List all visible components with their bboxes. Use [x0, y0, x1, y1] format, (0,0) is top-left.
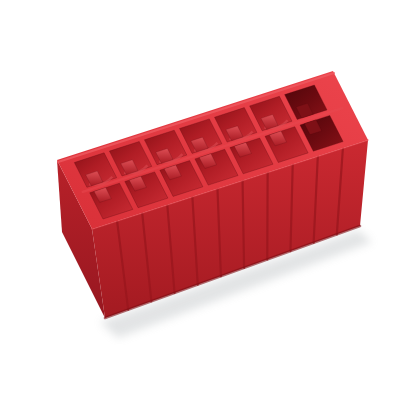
front-groove — [243, 180, 245, 267]
photo-background — [0, 0, 400, 400]
tray-photo — [0, 0, 400, 400]
